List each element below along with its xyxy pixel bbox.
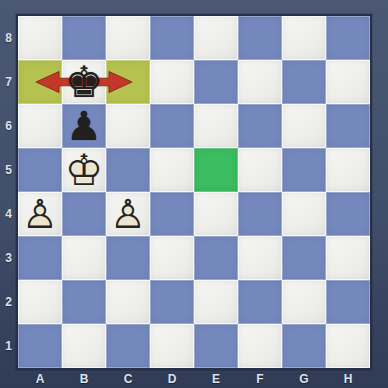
rank-label-1: 1	[0, 324, 17, 368]
square-g2[interactable]	[282, 280, 326, 324]
square-d8[interactable]	[150, 16, 194, 60]
square-c5[interactable]	[106, 148, 150, 192]
square-f7[interactable]	[238, 60, 282, 104]
square-h7[interactable]	[326, 60, 370, 104]
square-h3[interactable]	[326, 236, 370, 280]
square-a8[interactable]	[18, 16, 62, 60]
square-g5[interactable]	[282, 148, 326, 192]
chess-diagram: ♚♟♚♔♟♙♟♙ 87654321 ABCDEFGH	[0, 0, 388, 388]
square-b6[interactable]: ♟	[62, 104, 106, 148]
square-c7[interactable]	[106, 60, 150, 104]
chess-board: ♚♟♚♔♟♙♟♙	[18, 16, 370, 368]
black-king[interactable]: ♚	[62, 60, 106, 104]
white-pawn-outline: ♙	[106, 192, 150, 236]
square-b8[interactable]	[62, 16, 106, 60]
square-a5[interactable]	[18, 148, 62, 192]
square-c8[interactable]	[106, 16, 150, 60]
white-pawn[interactable]: ♟♙	[106, 192, 150, 236]
square-g8[interactable]	[282, 16, 326, 60]
white-pawn[interactable]: ♟♙	[18, 192, 62, 236]
square-h8[interactable]	[326, 16, 370, 60]
square-d1[interactable]	[150, 324, 194, 368]
square-g6[interactable]	[282, 104, 326, 148]
square-b1[interactable]	[62, 324, 106, 368]
square-h4[interactable]	[326, 192, 370, 236]
square-e2[interactable]	[194, 280, 238, 324]
file-label-B: B	[62, 369, 106, 388]
square-c6[interactable]	[106, 104, 150, 148]
rank-label-8: 8	[0, 16, 17, 60]
square-d2[interactable]	[150, 280, 194, 324]
square-f5[interactable]	[238, 148, 282, 192]
square-a2[interactable]	[18, 280, 62, 324]
square-c3[interactable]	[106, 236, 150, 280]
rank-label-6: 6	[0, 104, 17, 148]
file-label-H: H	[326, 369, 370, 388]
square-b5[interactable]: ♚♔	[62, 148, 106, 192]
square-f3[interactable]	[238, 236, 282, 280]
rank-label-4: 4	[0, 192, 17, 236]
black-pawn[interactable]: ♟	[62, 104, 106, 148]
square-a1[interactable]	[18, 324, 62, 368]
square-f4[interactable]	[238, 192, 282, 236]
square-e4[interactable]	[194, 192, 238, 236]
square-d6[interactable]	[150, 104, 194, 148]
square-a7[interactable]	[18, 60, 62, 104]
white-king-outline: ♔	[62, 148, 106, 192]
square-h1[interactable]	[326, 324, 370, 368]
file-label-G: G	[282, 369, 326, 388]
square-e3[interactable]	[194, 236, 238, 280]
square-e5[interactable]	[194, 148, 238, 192]
square-f1[interactable]	[238, 324, 282, 368]
file-label-F: F	[238, 369, 282, 388]
square-c2[interactable]	[106, 280, 150, 324]
square-h6[interactable]	[326, 104, 370, 148]
square-a4[interactable]: ♟♙	[18, 192, 62, 236]
square-g7[interactable]	[282, 60, 326, 104]
square-f2[interactable]	[238, 280, 282, 324]
square-f8[interactable]	[238, 16, 282, 60]
square-a6[interactable]	[18, 104, 62, 148]
square-a3[interactable]	[18, 236, 62, 280]
file-label-C: C	[106, 369, 150, 388]
square-g3[interactable]	[282, 236, 326, 280]
square-e1[interactable]	[194, 324, 238, 368]
square-e7[interactable]	[194, 60, 238, 104]
file-label-E: E	[194, 369, 238, 388]
square-b4[interactable]	[62, 192, 106, 236]
square-d4[interactable]	[150, 192, 194, 236]
square-d5[interactable]	[150, 148, 194, 192]
square-b7[interactable]: ♚	[62, 60, 106, 104]
square-d7[interactable]	[150, 60, 194, 104]
square-b3[interactable]	[62, 236, 106, 280]
square-h2[interactable]	[326, 280, 370, 324]
file-label-A: A	[18, 369, 62, 388]
square-d3[interactable]	[150, 236, 194, 280]
square-g4[interactable]	[282, 192, 326, 236]
rank-label-5: 5	[0, 148, 17, 192]
file-labels: ABCDEFGH	[18, 369, 370, 388]
white-pawn-outline: ♙	[18, 192, 62, 236]
square-f6[interactable]	[238, 104, 282, 148]
file-label-D: D	[150, 369, 194, 388]
rank-labels: 87654321	[0, 16, 18, 368]
square-c4[interactable]: ♟♙	[106, 192, 150, 236]
square-c1[interactable]	[106, 324, 150, 368]
square-h5[interactable]	[326, 148, 370, 192]
square-e6[interactable]	[194, 104, 238, 148]
square-e8[interactable]	[194, 16, 238, 60]
square-g1[interactable]	[282, 324, 326, 368]
rank-label-7: 7	[0, 60, 17, 104]
rank-label-3: 3	[0, 236, 17, 280]
white-king[interactable]: ♚♔	[62, 148, 106, 192]
rank-label-2: 2	[0, 280, 17, 324]
square-b2[interactable]	[62, 280, 106, 324]
